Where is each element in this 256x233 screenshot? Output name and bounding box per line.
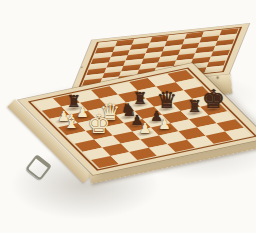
box-square (204, 66, 224, 73)
board-clasp-icon (25, 154, 52, 181)
piece-white-pawn: ♟ (158, 117, 171, 131)
piece-white-pawn: ♟ (139, 121, 152, 135)
piece-black-king: ♚ (202, 86, 225, 112)
product-photo-scene: ♜♟♟♜♝♛♞♛♚♟♟♜♚♟♟ (0, 0, 256, 233)
piece-white-king: ♚ (87, 110, 110, 136)
